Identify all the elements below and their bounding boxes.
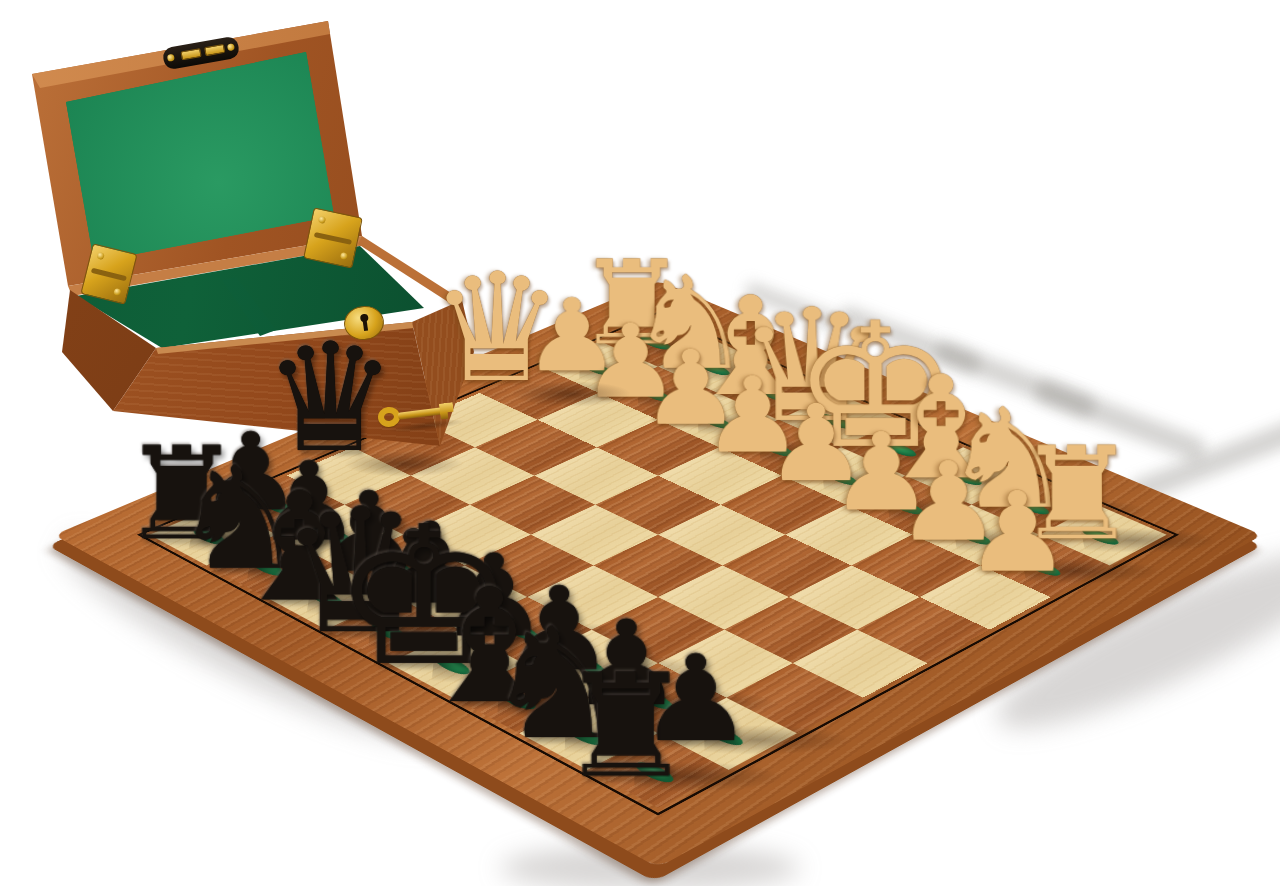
screw-icon (340, 252, 348, 260)
latch-tab (180, 48, 201, 60)
chess-set-product-photo: ♜♞♝♛♚♝♞♜♟♟♟♟♟♟♟♟♟♟♟♟♟♟♟♟♜♞♝♛♚♝♞♜ (0, 0, 1280, 886)
screw-icon (167, 54, 175, 62)
latch-tab (204, 44, 225, 56)
extra-white-queen: ♛ (412, 253, 582, 403)
box-hinge-icon (303, 207, 363, 268)
black-queen-glyph: ♛ (263, 311, 397, 485)
hinge-pin (314, 232, 353, 245)
white-queen-glyph: ♛ (430, 241, 564, 415)
screw-icon (96, 252, 104, 260)
piece-black-rook-h8: ♜ (556, 666, 694, 787)
piece-white-pawn-h2: ♟ (963, 486, 1071, 580)
screw-icon (113, 288, 121, 296)
screw-icon (318, 216, 326, 224)
screw-icon (227, 43, 235, 51)
hinge-pin (91, 267, 126, 280)
extra-black-queen: ♛ (245, 323, 415, 473)
